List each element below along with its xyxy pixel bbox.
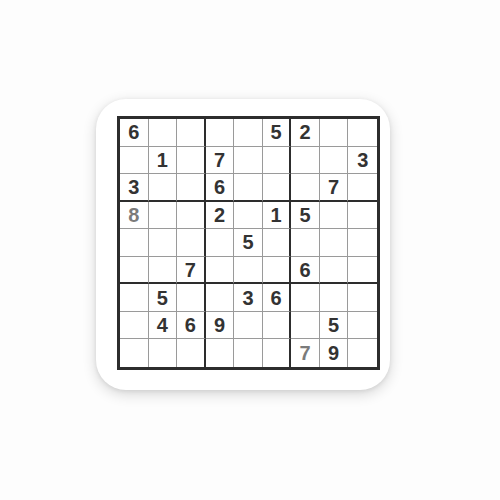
- cell-r2c5[interactable]: [234, 147, 263, 175]
- cell-r7c1[interactable]: [120, 284, 149, 312]
- cell-r6c6[interactable]: [263, 257, 292, 285]
- cell-r3c3[interactable]: [177, 174, 206, 202]
- cell-r6c9[interactable]: [348, 257, 377, 285]
- given-digit: 5: [300, 205, 311, 225]
- given-digit: 7: [328, 177, 339, 197]
- cell-r7c5[interactable]: 3: [234, 284, 263, 312]
- cell-r6c1[interactable]: [120, 257, 149, 285]
- cell-r6c2[interactable]: [149, 257, 178, 285]
- given-digit: 7: [300, 343, 311, 363]
- cell-r5c2[interactable]: [149, 229, 178, 257]
- given-digit: 8: [128, 205, 139, 225]
- cell-r9c2[interactable]: [149, 339, 178, 367]
- given-digit: 6: [270, 288, 281, 308]
- cell-r3c4[interactable]: 6: [206, 174, 235, 202]
- cell-r3c7[interactable]: [291, 174, 320, 202]
- cell-r5c4[interactable]: [206, 229, 235, 257]
- cell-r9c8[interactable]: 9: [320, 339, 349, 367]
- cell-r1c4[interactable]: [206, 119, 235, 147]
- cell-r8c4[interactable]: 9: [206, 312, 235, 340]
- sudoku-sticker: 6521733678215576536469579: [96, 99, 390, 390]
- cell-r1c6[interactable]: 5: [263, 119, 292, 147]
- cell-r6c4[interactable]: [206, 257, 235, 285]
- cell-r1c8[interactable]: [320, 119, 349, 147]
- cell-r8c3[interactable]: 6: [177, 312, 206, 340]
- given-digit: 3: [128, 177, 139, 197]
- cell-r7c8[interactable]: [320, 284, 349, 312]
- cell-r1c5[interactable]: [234, 119, 263, 147]
- cell-r8c6[interactable]: [263, 312, 292, 340]
- cell-r9c7[interactable]: 7: [291, 339, 320, 367]
- cell-r4c6[interactable]: 1: [263, 202, 292, 230]
- cell-r1c3[interactable]: [177, 119, 206, 147]
- cell-r9c5[interactable]: [234, 339, 263, 367]
- cell-r5c9[interactable]: [348, 229, 377, 257]
- cell-r2c4[interactable]: 7: [206, 147, 235, 175]
- cell-r7c6[interactable]: 6: [263, 284, 292, 312]
- cell-r8c5[interactable]: [234, 312, 263, 340]
- cell-r3c5[interactable]: [234, 174, 263, 202]
- cell-r8c8[interactable]: 5: [320, 312, 349, 340]
- cell-r4c1[interactable]: 8: [120, 202, 149, 230]
- cell-r2c8[interactable]: [320, 147, 349, 175]
- cell-r1c9[interactable]: [348, 119, 377, 147]
- given-digit: 9: [328, 343, 339, 363]
- sudoku-board: 6521733678215576536469579: [117, 116, 380, 370]
- cell-r2c1[interactable]: [120, 147, 149, 175]
- cell-r8c2[interactable]: 4: [149, 312, 178, 340]
- given-digit: 4: [157, 315, 168, 335]
- given-digit: 6: [214, 177, 225, 197]
- cell-r3c2[interactable]: [149, 174, 178, 202]
- cell-r9c4[interactable]: [206, 339, 235, 367]
- cell-r1c2[interactable]: [149, 119, 178, 147]
- given-digit: 3: [357, 150, 368, 170]
- cell-r4c2[interactable]: [149, 202, 178, 230]
- cell-r4c9[interactable]: [348, 202, 377, 230]
- given-digit: 7: [214, 150, 225, 170]
- cell-r9c1[interactable]: [120, 339, 149, 367]
- cell-r7c7[interactable]: [291, 284, 320, 312]
- given-digit: 1: [157, 150, 168, 170]
- cell-r9c6[interactable]: [263, 339, 292, 367]
- cell-r7c2[interactable]: 5: [149, 284, 178, 312]
- cell-r8c9[interactable]: [348, 312, 377, 340]
- given-digit: 7: [185, 260, 196, 280]
- given-digit: 5: [157, 288, 168, 308]
- cell-r4c7[interactable]: 5: [291, 202, 320, 230]
- cell-r8c1[interactable]: [120, 312, 149, 340]
- cell-r8c7[interactable]: [291, 312, 320, 340]
- cell-r9c3[interactable]: [177, 339, 206, 367]
- cell-r5c3[interactable]: [177, 229, 206, 257]
- cell-r4c5[interactable]: [234, 202, 263, 230]
- given-digit: 2: [300, 122, 311, 142]
- cell-r4c3[interactable]: [177, 202, 206, 230]
- cell-r6c8[interactable]: [320, 257, 349, 285]
- cell-r9c9[interactable]: [348, 339, 377, 367]
- cell-r5c1[interactable]: [120, 229, 149, 257]
- cell-r6c5[interactable]: [234, 257, 263, 285]
- given-digit: 6: [300, 260, 311, 280]
- cell-r2c3[interactable]: [177, 147, 206, 175]
- page-background: 6521733678215576536469579: [0, 0, 500, 500]
- given-digit: 3: [242, 288, 253, 308]
- cell-r3c6[interactable]: [263, 174, 292, 202]
- cell-r4c4[interactable]: 2: [206, 202, 235, 230]
- cell-r6c7[interactable]: 6: [291, 257, 320, 285]
- cell-r2c2[interactable]: 1: [149, 147, 178, 175]
- cell-r7c3[interactable]: [177, 284, 206, 312]
- cell-r5c5[interactable]: 5: [234, 229, 263, 257]
- cell-r1c7[interactable]: 2: [291, 119, 320, 147]
- cell-r7c4[interactable]: [206, 284, 235, 312]
- given-digit: 1: [270, 205, 281, 225]
- given-digit: 2: [214, 205, 225, 225]
- given-digit: 5: [270, 122, 281, 142]
- cell-r5c7[interactable]: [291, 229, 320, 257]
- cell-r5c8[interactable]: [320, 229, 349, 257]
- cell-r1c1[interactable]: 6: [120, 119, 149, 147]
- given-digit: 5: [242, 232, 253, 252]
- cell-r6c3[interactable]: 7: [177, 257, 206, 285]
- cell-r3c9[interactable]: [348, 174, 377, 202]
- given-digit: 6: [128, 122, 139, 142]
- given-digit: 6: [185, 315, 196, 335]
- cell-r2c9[interactable]: 3: [348, 147, 377, 175]
- cell-r2c6[interactable]: [263, 147, 292, 175]
- given-digit: 5: [328, 315, 339, 335]
- cell-r3c1[interactable]: 3: [120, 174, 149, 202]
- cell-r3c8[interactable]: 7: [320, 174, 349, 202]
- cell-r5c6[interactable]: [263, 229, 292, 257]
- cell-r7c9[interactable]: [348, 284, 377, 312]
- given-digit: 9: [214, 315, 225, 335]
- cell-r4c8[interactable]: [320, 202, 349, 230]
- cell-r2c7[interactable]: [291, 147, 320, 175]
